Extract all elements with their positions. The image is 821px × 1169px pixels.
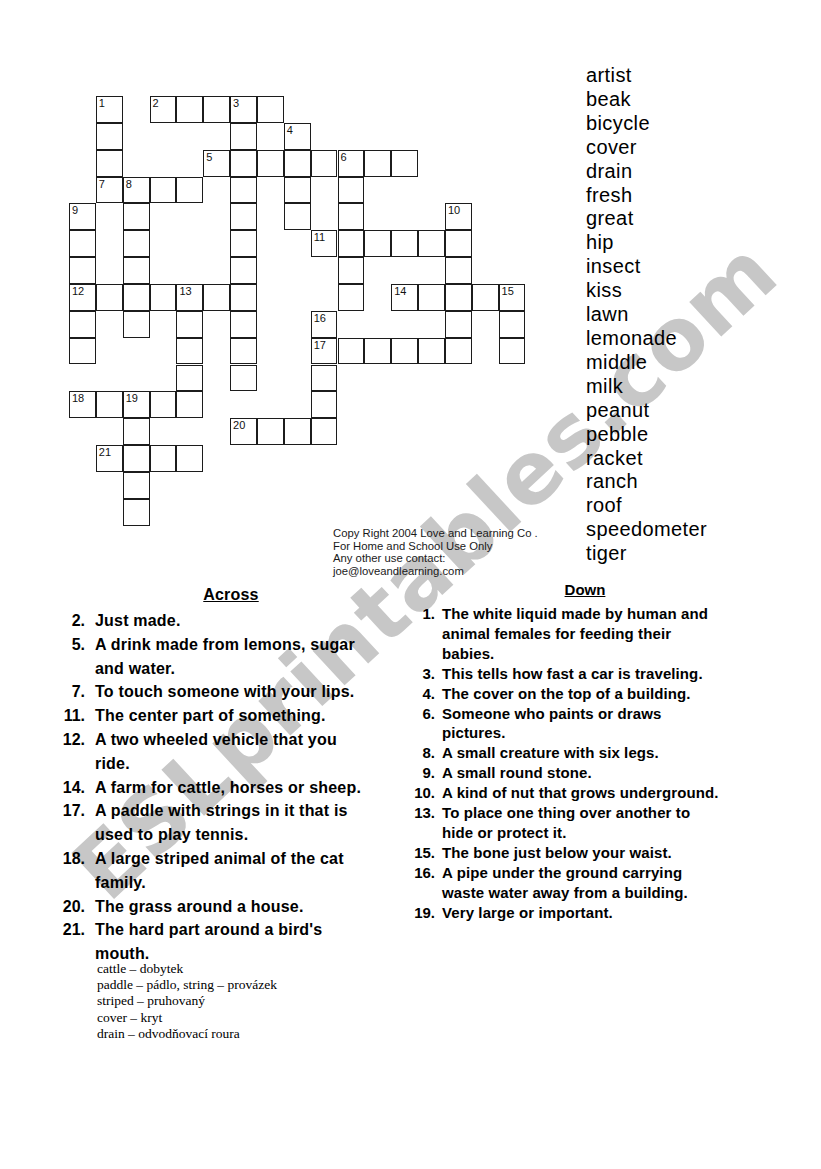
grid-cell[interactable] (418, 338, 445, 365)
word-bank-item: tiger (586, 542, 707, 566)
grid-cell[interactable] (123, 230, 150, 257)
across-clue-number: 20. (57, 895, 85, 919)
grid-cell[interactable] (391, 338, 418, 365)
across-clue-number: 18. (57, 847, 85, 895)
grid-cell[interactable] (176, 338, 203, 365)
grid-cell[interactable] (338, 230, 365, 257)
grid-cell[interactable] (472, 284, 499, 311)
grid-cell[interactable] (445, 257, 472, 284)
grid-cell[interactable] (418, 230, 445, 257)
word-bank-item: speedometer (586, 518, 707, 542)
clue-number: 8 (126, 178, 132, 191)
down-clue-text: A pipe under the ground carryingwaste wa… (442, 863, 688, 903)
down-clue-text: Very large or important. (442, 903, 613, 923)
down-clue-text: A kind of nut that grows underground. (442, 783, 718, 803)
down-clue: 10.A kind of nut that grows underground. (407, 783, 815, 803)
clue-number: 20 (233, 419, 245, 432)
grid-cell[interactable]: 5 (203, 150, 230, 177)
grid-cell[interactable] (338, 177, 365, 204)
clue-number: 3 (233, 97, 239, 110)
word-bank-item: middle (586, 351, 707, 375)
grid-cell[interactable]: 6 (338, 150, 365, 177)
down-clue: 9.A small round stone. (407, 763, 815, 783)
grid-cell[interactable] (203, 96, 230, 123)
grid-cell[interactable]: 11 (311, 230, 338, 257)
clue-number: 15 (502, 285, 514, 298)
grid-cell[interactable] (364, 338, 391, 365)
grid-cell[interactable]: 14 (391, 284, 418, 311)
grid-cell[interactable]: 21 (96, 445, 123, 472)
grid-cell[interactable] (445, 230, 472, 257)
word-bank-item: roof (586, 494, 707, 518)
grid-cell[interactable]: 9 (69, 203, 96, 230)
word-bank-item: fresh (586, 184, 707, 208)
vocabulary-notes: cattle – dobytekpaddle – pádlo, string –… (97, 961, 277, 1042)
grid-cell[interactable] (176, 445, 203, 472)
grid-cell[interactable] (176, 391, 203, 418)
word-bank-item: cover (586, 136, 707, 160)
grid-cell[interactable] (96, 123, 123, 150)
clue-number: 1 (99, 97, 105, 110)
down-clue-text: Someone who paints or drawspictures. (442, 704, 661, 744)
across-clue: 14.A farm for cattle, horses or sheep. (57, 776, 425, 800)
down-clue-number: 19. (407, 903, 435, 923)
grid-cell[interactable] (311, 365, 338, 392)
across-clue: 17.A paddle with strings in it that isus… (57, 799, 425, 847)
across-heading: Across (57, 586, 405, 604)
grid-cell[interactable] (123, 284, 150, 311)
across-clue-number: 7. (57, 680, 85, 704)
grid-cell[interactable] (230, 203, 257, 230)
across-clue-text: To touch someone with your lips. (95, 680, 354, 704)
down-clue-number: 3. (407, 664, 435, 684)
grid-cell[interactable] (150, 391, 177, 418)
clue-number: 14 (394, 285, 406, 298)
down-clue-list: 1.The white liquid made by human andanim… (407, 604, 815, 923)
across-clue-number: 2. (57, 609, 85, 633)
grid-cell[interactable] (499, 338, 526, 365)
grid-cell[interactable] (150, 445, 177, 472)
word-bank-item: lawn (586, 303, 707, 327)
grid-cell[interactable] (230, 177, 257, 204)
grid-cell[interactable] (203, 284, 230, 311)
clue-number: 12 (72, 285, 84, 298)
across-clue: 11.The center part of something. (57, 704, 425, 728)
across-clue-number: 5. (57, 633, 85, 681)
down-clue-number: 6. (407, 704, 435, 744)
crossword-grid: 123456789101112131415161718192021 (69, 96, 526, 526)
across-clue-text: A farm for cattle, horses or sheep. (95, 776, 361, 800)
copyright-line: joe@loveandlearning.com (333, 565, 538, 578)
grid-cell[interactable] (311, 391, 338, 418)
grid-cell[interactable] (418, 284, 445, 311)
grid-cell[interactable] (311, 418, 338, 445)
grid-cell[interactable]: 16 (311, 311, 338, 338)
vocab-line: paddle – pádlo, string – provázek (97, 977, 277, 993)
grid-cell[interactable] (123, 418, 150, 445)
grid-cell[interactable]: 7 (96, 177, 123, 204)
grid-cell[interactable] (391, 150, 418, 177)
grid-cell[interactable] (257, 96, 284, 123)
grid-cell[interactable] (123, 257, 150, 284)
grid-cell[interactable]: 12 (69, 284, 96, 311)
clue-number: 21 (99, 446, 111, 459)
grid-cell[interactable] (96, 284, 123, 311)
word-bank-item: lemonade (586, 327, 707, 351)
clue-number: 13 (179, 285, 191, 298)
grid-cell[interactable] (257, 150, 284, 177)
clue-number: 17 (314, 339, 326, 352)
clue-number: 16 (314, 312, 326, 325)
grid-cell[interactable] (284, 203, 311, 230)
grid-cell[interactable] (338, 284, 365, 311)
down-clue: 19.Very large or important. (407, 903, 815, 923)
grid-cell[interactable] (364, 150, 391, 177)
word-bank-item: great (586, 207, 707, 231)
clue-number: 10 (448, 204, 460, 217)
grid-cell[interactable]: 3 (230, 96, 257, 123)
down-clue-number: 4. (407, 684, 435, 704)
down-clue-number: 13. (407, 803, 435, 843)
grid-cell[interactable]: 15 (499, 284, 526, 311)
down-clue: 6.Someone who paints or drawspictures. (407, 704, 815, 744)
copyright-notice: Copy Right 2004 Love and Learning Co .Fo… (333, 527, 538, 577)
down-clue-text: This tells how fast a car is traveling. (442, 664, 703, 684)
across-clue-number: 12. (57, 728, 85, 776)
grid-cell[interactable] (176, 365, 203, 392)
grid-cell[interactable] (284, 418, 311, 445)
across-clue-number: 14. (57, 776, 85, 800)
across-clue: 20.The grass around a house. (57, 895, 425, 919)
grid-cell[interactable] (230, 230, 257, 257)
down-section: Down 1.The white liquid made by human an… (407, 581, 815, 923)
grid-cell[interactable]: 4 (284, 123, 311, 150)
grid-cell[interactable] (230, 365, 257, 392)
grid-cell[interactable] (338, 257, 365, 284)
word-bank-item: insect (586, 255, 707, 279)
grid-cell[interactable] (499, 311, 526, 338)
vocab-line: striped – pruhovaný (97, 993, 277, 1009)
grid-cell[interactable] (230, 150, 257, 177)
clue-number: 6 (341, 151, 347, 164)
grid-cell[interactable] (230, 284, 257, 311)
across-clue: 7.To touch someone with your lips. (57, 680, 425, 704)
word-bank-item: milk (586, 375, 707, 399)
grid-cell[interactable] (284, 177, 311, 204)
across-clue-text: A large striped animal of the catfamily. (95, 847, 344, 895)
across-clue-text: A drink made from lemons, sugarand water… (95, 633, 355, 681)
down-clue: 16.A pipe under the ground carryingwaste… (407, 863, 815, 903)
down-clue-text: A small round stone. (442, 763, 592, 783)
down-clue-text: To place one thing over another tohide o… (442, 803, 690, 843)
across-clue-text: A paddle with strings in it that isused … (95, 799, 348, 847)
grid-cell[interactable] (391, 230, 418, 257)
clue-number: 4 (287, 124, 293, 137)
across-section: Across 2.Just made.5.A drink made from l… (57, 586, 425, 966)
grid-cell[interactable] (69, 230, 96, 257)
down-clue-number: 9. (407, 763, 435, 783)
grid-cell[interactable] (257, 418, 284, 445)
word-bank-item: drain (586, 160, 707, 184)
grid-cell[interactable] (123, 499, 150, 526)
grid-cell[interactable]: 1 (96, 96, 123, 123)
grid-cell[interactable]: 10 (445, 203, 472, 230)
grid-cell[interactable] (364, 230, 391, 257)
word-bank-item: ranch (586, 470, 707, 494)
down-clue: 13.To place one thing over another tohid… (407, 803, 815, 843)
across-clue-text: The grass around a house. (95, 895, 304, 919)
grid-cell[interactable] (150, 177, 177, 204)
across-clue-text: A two wheeled vehicle that youride. (95, 728, 337, 776)
across-clue-text: The hard part around a bird'smouth. (95, 918, 322, 966)
across-clue: 5.A drink made from lemons, sugarand wat… (57, 633, 425, 681)
across-clue-number: 11. (57, 704, 85, 728)
down-heading: Down (407, 581, 763, 598)
grid-cell[interactable]: 17 (311, 338, 338, 365)
grid-cell[interactable] (123, 203, 150, 230)
clue-number: 19 (126, 392, 138, 405)
down-clue-text: A small creature with six legs. (442, 743, 659, 763)
grid-cell[interactable] (176, 177, 203, 204)
across-clue-number: 21. (57, 918, 85, 966)
down-clue-text: The white liquid made by human andanimal… (442, 604, 708, 664)
copyright-line: Copy Right 2004 Love and Learning Co . (333, 527, 538, 540)
grid-cell[interactable] (69, 257, 96, 284)
down-clue-number: 10. (407, 783, 435, 803)
grid-cell[interactable] (176, 311, 203, 338)
down-clue: 15.The bone just below your waist. (407, 843, 815, 863)
grid-cell[interactable]: 2 (150, 96, 177, 123)
down-clue-number: 1. (407, 604, 435, 664)
down-clue-number: 8. (407, 743, 435, 763)
grid-cell[interactable] (69, 338, 96, 365)
grid-cell[interactable]: 20 (230, 418, 257, 445)
down-clue: 1.The white liquid made by human andanim… (407, 604, 815, 664)
grid-cell[interactable] (69, 311, 96, 338)
vocab-line: cover – kryt (97, 1010, 277, 1026)
grid-cell[interactable] (150, 284, 177, 311)
word-bank-item: artist (586, 64, 707, 88)
word-bank-item: kiss (586, 279, 707, 303)
grid-cell[interactable] (176, 96, 203, 123)
down-clue-number: 16. (407, 863, 435, 903)
vocab-line: cattle – dobytek (97, 961, 277, 977)
grid-cell[interactable] (230, 257, 257, 284)
grid-cell[interactable] (230, 123, 257, 150)
word-bank-item: hip (586, 231, 707, 255)
grid-cell[interactable] (445, 284, 472, 311)
clue-number: 11 (314, 231, 325, 244)
across-clue: 18.A large striped animal of the catfami… (57, 847, 425, 895)
grid-cell[interactable] (96, 391, 123, 418)
across-clue: 21.The hard part around a bird'smouth. (57, 918, 425, 966)
grid-cell[interactable] (445, 338, 472, 365)
across-clue: 12.A two wheeled vehicle that youride. (57, 728, 425, 776)
grid-cell[interactable] (338, 338, 365, 365)
down-clue-text: The cover on the top of a building. (442, 684, 691, 704)
down-clue: 3.This tells how fast a car is traveling… (407, 664, 815, 684)
grid-cell[interactable]: 13 (176, 284, 203, 311)
down-clue: 8.A small creature with six legs. (407, 743, 815, 763)
clue-number: 9 (72, 204, 78, 217)
clue-number: 2 (153, 97, 159, 110)
across-clue-number: 17. (57, 799, 85, 847)
word-bank-item: peanut (586, 399, 707, 423)
across-clue: 2.Just made. (57, 609, 425, 633)
grid-cell[interactable] (230, 311, 257, 338)
grid-cell[interactable] (338, 203, 365, 230)
down-clue: 4.The cover on the top of a building. (407, 684, 815, 704)
clue-number: 7 (99, 178, 105, 191)
grid-cell[interactable]: 8 (123, 177, 150, 204)
word-bank-item: pebble (586, 423, 707, 447)
worksheet-page: ESLprintables.com 1234567891011121314151… (0, 0, 821, 1169)
grid-cell[interactable] (96, 150, 123, 177)
down-clue-text: The bone just below your waist. (442, 843, 672, 863)
word-bank-item: bicycle (586, 112, 707, 136)
grid-cell[interactable]: 19 (123, 391, 150, 418)
grid-cell[interactable] (123, 445, 150, 472)
grid-cell[interactable] (123, 311, 150, 338)
grid-cell[interactable] (311, 150, 338, 177)
copyright-line: Any other use contact: (333, 552, 538, 565)
grid-cell[interactable] (230, 338, 257, 365)
clue-number: 5 (206, 151, 212, 164)
grid-cell[interactable] (284, 150, 311, 177)
across-clue-text: Just made. (95, 609, 181, 633)
across-clue-text: The center part of something. (95, 704, 326, 728)
grid-cell[interactable] (445, 311, 472, 338)
copyright-line: For Home and School Use Only (333, 540, 538, 553)
grid-cell[interactable]: 18 (69, 391, 96, 418)
clue-number: 18 (72, 392, 84, 405)
word-bank-item: beak (586, 88, 707, 112)
vocab-line: drain – odvodňovací roura (97, 1026, 277, 1042)
across-clue-list: 2.Just made.5.A drink made from lemons, … (57, 609, 425, 966)
word-bank: artistbeakbicyclecoverdrainfreshgreathip… (586, 64, 707, 566)
word-bank-item: racket (586, 447, 707, 471)
grid-cell[interactable] (123, 472, 150, 499)
down-clue-number: 15. (407, 843, 435, 863)
